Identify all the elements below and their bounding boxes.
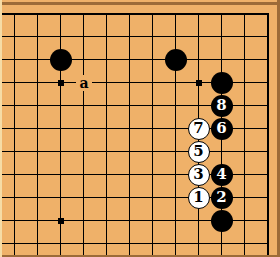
black-stone-move-2: 2	[211, 187, 233, 209]
grid-hline	[0, 36, 269, 37]
black-stone	[50, 49, 72, 71]
star-point	[196, 80, 202, 86]
star-point	[58, 218, 64, 224]
point-label-a: a	[76, 75, 92, 91]
frame-left-edge	[0, 0, 2, 257]
frame-right-edge	[277, 0, 280, 257]
black-stone-move-8: 8	[211, 95, 233, 117]
white-stone-move-3: 3	[188, 164, 210, 186]
black-stone-move-4: 4	[211, 164, 233, 186]
black-stone-move-6: 6	[211, 118, 233, 140]
go-board-diagram: a87653412	[0, 0, 280, 257]
star-point	[58, 80, 64, 86]
board-top-edge-line	[0, 13, 269, 15]
frame-top-edge	[0, 2, 280, 5]
black-stone	[211, 72, 233, 94]
grid-hline	[0, 151, 269, 152]
go-board: a87653412	[0, 0, 280, 257]
grid-hline	[0, 59, 269, 60]
black-stone	[211, 210, 233, 232]
grid-hline	[0, 243, 269, 244]
white-stone-move-1: 1	[188, 187, 210, 209]
white-stone-move-5: 5	[188, 141, 210, 163]
black-stone	[165, 49, 187, 71]
white-stone-move-7: 7	[188, 118, 210, 140]
